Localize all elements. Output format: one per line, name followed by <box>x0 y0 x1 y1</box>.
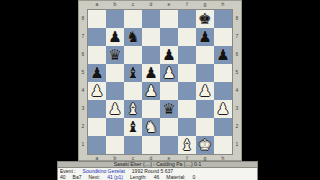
square-d5[interactable]: ♟ <box>142 64 160 82</box>
square-d3[interactable] <box>142 100 160 118</box>
material-label: Material: <box>166 174 185 180</box>
piece-black-pawn-h6[interactable]: ♟ <box>214 46 232 64</box>
square-d7[interactable] <box>142 28 160 46</box>
file-label-c: c <box>124 1 142 9</box>
square-e4[interactable] <box>160 82 178 100</box>
rank-label-1: 1 <box>79 135 87 153</box>
square-d4[interactable]: ♟ <box>142 82 160 100</box>
piece-black-bishop-c2[interactable]: ♝ <box>124 118 142 136</box>
rank-label-6: 6 <box>233 45 241 63</box>
file-labels-top: abcdefgh <box>88 1 241 9</box>
rank-label-1: 1 <box>233 135 241 153</box>
rank-labels-right: 87654321 <box>233 9 241 155</box>
board-frame: abcdefgh 87654321 ♚♟♞♟♛♟♟♟♝♟♟♟♟♟♟♝♛♟♝♞♝♚… <box>78 0 242 161</box>
square-a3[interactable] <box>88 100 106 118</box>
piece-black-king-g8[interactable]: ♚ <box>196 10 214 28</box>
square-b8[interactable] <box>106 10 124 28</box>
square-f3[interactable] <box>178 100 196 118</box>
file-label-g: g <box>196 1 214 9</box>
square-c6[interactable] <box>124 46 142 64</box>
players-scoreline: Sasaki Elser (....) - Cadding Pa (....) … <box>57 161 258 168</box>
square-c1[interactable] <box>124 136 142 154</box>
square-d6[interactable] <box>142 46 160 64</box>
rank-label-3: 3 <box>79 99 87 117</box>
rank-labels-left: 87654321 <box>79 9 87 155</box>
square-f2[interactable] <box>178 118 196 136</box>
square-h8[interactable] <box>214 10 232 28</box>
move-line: 40Ba7Next:41 (p1)Length:46Material:0 <box>60 174 255 180</box>
square-e2[interactable] <box>160 118 178 136</box>
square-a6[interactable] <box>88 46 106 64</box>
square-e8[interactable] <box>160 10 178 28</box>
game-info-panel: Sasaki Elser (....) - Cadding Pa (....) … <box>57 161 258 180</box>
rank-label-2: 2 <box>79 117 87 135</box>
square-e3[interactable]: ♛ <box>160 100 178 118</box>
square-b7[interactable]: ♟ <box>106 28 124 46</box>
next-move[interactable]: 41 (p1) <box>107 174 123 180</box>
piece-black-pawn-e6[interactable]: ♟ <box>160 46 178 64</box>
rank-label-4: 4 <box>233 81 241 99</box>
rank-label-8: 8 <box>79 9 87 27</box>
piece-white-pawn-b3[interactable]: ♟ <box>106 100 124 118</box>
square-b6[interactable]: ♛ <box>106 46 124 64</box>
square-c8[interactable] <box>124 10 142 28</box>
square-d8[interactable] <box>142 10 160 28</box>
piece-white-bishop-f1[interactable]: ♝ <box>178 136 196 154</box>
move-number: 40 <box>60 174 66 180</box>
square-g4[interactable]: ♟ <box>196 82 214 100</box>
file-label-f: f <box>178 1 196 9</box>
video-frame: abcdefgh 87654321 ♚♟♞♟♛♟♟♟♝♟♟♟♟♟♟♝♛♟♝♞♝♚… <box>0 0 320 180</box>
file-label-a: a <box>88 1 106 9</box>
square-g7[interactable]: ♟ <box>196 28 214 46</box>
square-b3[interactable]: ♟ <box>106 100 124 118</box>
square-h6[interactable]: ♟ <box>214 46 232 64</box>
square-e7[interactable] <box>160 28 178 46</box>
square-d1[interactable] <box>142 136 160 154</box>
rank-label-5: 5 <box>79 63 87 81</box>
game-info-box: Event :Soundkino Gezelat1992 Round 5 637… <box>57 168 258 180</box>
file-label-b: b <box>106 1 124 9</box>
square-h2[interactable] <box>214 118 232 136</box>
square-h4[interactable] <box>214 82 232 100</box>
square-a7[interactable] <box>88 28 106 46</box>
last-move: Ba7 <box>73 174 82 180</box>
rank-label-8: 8 <box>233 9 241 27</box>
piece-black-pawn-b7[interactable]: ♟ <box>106 28 124 46</box>
square-g8[interactable]: ♚ <box>196 10 214 28</box>
square-e5[interactable]: ♟ <box>160 64 178 82</box>
square-b1[interactable] <box>106 136 124 154</box>
piece-black-bishop-c5[interactable]: ♝ <box>124 64 142 82</box>
chess-board: ♚♟♞♟♛♟♟♟♝♟♟♟♟♟♟♝♛♟♝♞♝♚ <box>87 9 233 155</box>
square-e6[interactable]: ♟ <box>160 46 178 64</box>
square-c4[interactable] <box>124 82 142 100</box>
material-value: 0 <box>192 174 195 180</box>
square-c2[interactable]: ♝ <box>124 118 142 136</box>
piece-white-pawn-e5[interactable]: ♟ <box>160 64 178 82</box>
square-f8[interactable] <box>178 10 196 28</box>
piece-black-queen-b6[interactable]: ♛ <box>106 46 124 64</box>
rank-label-3: 3 <box>233 99 241 117</box>
square-g1[interactable]: ♚ <box>196 136 214 154</box>
square-c5[interactable]: ♝ <box>124 64 142 82</box>
piece-white-knight-d2[interactable]: ♞ <box>142 118 160 136</box>
piece-white-bishop-c3[interactable]: ♝ <box>124 100 142 118</box>
piece-white-pawn-d4[interactable]: ♟ <box>142 82 160 100</box>
square-b5[interactable] <box>106 64 124 82</box>
file-label-h: h <box>214 1 232 9</box>
length-label: Length: <box>130 174 147 180</box>
rank-label-5: 5 <box>233 63 241 81</box>
rank-label-7: 7 <box>233 27 241 45</box>
piece-black-pawn-a5[interactable]: ♟ <box>88 64 106 82</box>
square-f5[interactable] <box>178 64 196 82</box>
square-g6[interactable] <box>196 46 214 64</box>
square-a2[interactable] <box>88 118 106 136</box>
square-c7[interactable]: ♞ <box>124 28 142 46</box>
file-label-e: e <box>160 1 178 9</box>
piece-black-queen-e3[interactable]: ♛ <box>160 100 178 118</box>
rank-label-6: 6 <box>79 45 87 63</box>
piece-white-king-g1[interactable]: ♚ <box>196 136 214 154</box>
square-f1[interactable]: ♝ <box>178 136 196 154</box>
square-f4[interactable] <box>178 82 196 100</box>
length-value: 46 <box>154 174 160 180</box>
square-g2[interactable] <box>196 118 214 136</box>
square-h7[interactable] <box>214 28 232 46</box>
square-d2[interactable]: ♞ <box>142 118 160 136</box>
square-h3[interactable]: ♟ <box>214 100 232 118</box>
square-h5[interactable] <box>214 64 232 82</box>
square-a5[interactable]: ♟ <box>88 64 106 82</box>
square-e1[interactable] <box>160 136 178 154</box>
rank-label-2: 2 <box>233 117 241 135</box>
square-a1[interactable] <box>88 136 106 154</box>
square-b4[interactable] <box>106 82 124 100</box>
square-b2[interactable] <box>106 118 124 136</box>
square-f7[interactable] <box>178 28 196 46</box>
rank-label-4: 4 <box>79 81 87 99</box>
file-label-d: d <box>142 1 160 9</box>
square-g3[interactable] <box>196 100 214 118</box>
piece-black-knight-c7[interactable]: ♞ <box>124 28 142 46</box>
square-a8[interactable] <box>88 10 106 28</box>
square-a4[interactable]: ♟ <box>88 82 106 100</box>
square-h1[interactable] <box>214 136 232 154</box>
piece-black-pawn-d5[interactable]: ♟ <box>142 64 160 82</box>
piece-white-pawn-a4[interactable]: ♟ <box>88 82 106 100</box>
piece-white-pawn-h3[interactable]: ♟ <box>214 100 232 118</box>
square-c3[interactable]: ♝ <box>124 100 142 118</box>
next-label: Next: <box>88 174 100 180</box>
piece-black-pawn-g7[interactable]: ♟ <box>196 28 214 46</box>
square-f6[interactable] <box>178 46 196 64</box>
piece-white-pawn-g4[interactable]: ♟ <box>196 82 214 100</box>
square-g5[interactable] <box>196 64 214 82</box>
rank-label-7: 7 <box>79 27 87 45</box>
